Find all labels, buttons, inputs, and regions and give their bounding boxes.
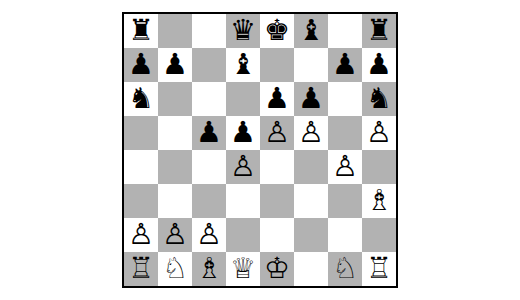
piece-black-pawn: ♟ — [196, 115, 222, 149]
square-d6[interactable] — [226, 82, 260, 116]
square-b8[interactable] — [158, 14, 192, 48]
square-a3[interactable] — [124, 184, 158, 218]
square-a2[interactable]: ♙ — [124, 218, 158, 252]
piece-white-pawn: ♙ — [298, 115, 324, 149]
square-g7[interactable]: ♟ — [328, 48, 362, 82]
piece-white-bishop: ♗ — [366, 183, 392, 217]
square-d7[interactable]: ♝ — [226, 48, 260, 82]
square-e4[interactable] — [260, 150, 294, 184]
square-a4[interactable] — [124, 150, 158, 184]
square-c1[interactable]: ♗ — [192, 252, 226, 286]
square-f2[interactable] — [294, 218, 328, 252]
square-e1[interactable]: ♔ — [260, 252, 294, 286]
square-c8[interactable] — [192, 14, 226, 48]
square-f7[interactable] — [294, 48, 328, 82]
square-g3[interactable] — [328, 184, 362, 218]
square-g5[interactable] — [328, 116, 362, 150]
piece-black-rook: ♜ — [128, 13, 154, 47]
square-a8[interactable]: ♜ — [124, 14, 158, 48]
square-e3[interactable] — [260, 184, 294, 218]
piece-white-pawn: ♙ — [366, 115, 392, 149]
square-h1[interactable]: ♖ — [362, 252, 396, 286]
square-e5[interactable]: ♙ — [260, 116, 294, 150]
square-a1[interactable]: ♖ — [124, 252, 158, 286]
piece-white-knight: ♘ — [162, 251, 188, 285]
square-h5[interactable]: ♙ — [362, 116, 396, 150]
square-d1[interactable]: ♕ — [226, 252, 260, 286]
square-d5[interactable]: ♟ — [226, 116, 260, 150]
square-g1[interactable]: ♘ — [328, 252, 362, 286]
piece-white-pawn: ♙ — [128, 217, 154, 251]
piece-white-pawn: ♙ — [196, 217, 222, 251]
square-b4[interactable] — [158, 150, 192, 184]
square-c3[interactable] — [192, 184, 226, 218]
piece-black-pawn: ♟ — [298, 81, 324, 115]
square-g6[interactable] — [328, 82, 362, 116]
piece-black-queen: ♛ — [230, 13, 256, 47]
piece-white-king: ♔ — [264, 251, 290, 285]
square-c4[interactable] — [192, 150, 226, 184]
chessboard: ♜♛♚♝♜♟♟♝♟♟♞♟♟♞♟♟♙♙♙♙♙♗♙♙♙♖♘♗♕♔♘♖ — [122, 12, 398, 288]
piece-white-queen: ♕ — [230, 251, 256, 285]
page-background: { "game": "chess", "position": { "fen": … — [0, 0, 520, 300]
piece-black-pawn: ♟ — [332, 47, 358, 81]
square-f5[interactable]: ♙ — [294, 116, 328, 150]
piece-black-pawn: ♟ — [128, 47, 154, 81]
square-f4[interactable] — [294, 150, 328, 184]
piece-black-knight: ♞ — [366, 81, 392, 115]
square-c7[interactable] — [192, 48, 226, 82]
piece-white-pawn: ♙ — [230, 149, 256, 183]
square-b5[interactable] — [158, 116, 192, 150]
square-b1[interactable]: ♘ — [158, 252, 192, 286]
piece-white-rook: ♖ — [128, 251, 154, 285]
square-e7[interactable] — [260, 48, 294, 82]
square-b6[interactable] — [158, 82, 192, 116]
square-h3[interactable]: ♗ — [362, 184, 396, 218]
piece-black-pawn: ♟ — [230, 115, 256, 149]
piece-white-pawn: ♙ — [332, 149, 358, 183]
piece-black-rook: ♜ — [366, 13, 392, 47]
square-h7[interactable]: ♟ — [362, 48, 396, 82]
piece-white-rook: ♖ — [366, 251, 392, 285]
square-d3[interactable] — [226, 184, 260, 218]
piece-white-bishop: ♗ — [196, 251, 222, 285]
square-f3[interactable] — [294, 184, 328, 218]
square-c2[interactable]: ♙ — [192, 218, 226, 252]
square-h6[interactable]: ♞ — [362, 82, 396, 116]
piece-white-knight: ♘ — [332, 251, 358, 285]
square-e2[interactable] — [260, 218, 294, 252]
square-f6[interactable]: ♟ — [294, 82, 328, 116]
square-b7[interactable]: ♟ — [158, 48, 192, 82]
piece-black-king: ♚ — [264, 13, 290, 47]
square-f1[interactable] — [294, 252, 328, 286]
piece-black-bishop: ♝ — [230, 47, 256, 81]
piece-white-pawn: ♙ — [162, 217, 188, 251]
piece-black-bishop: ♝ — [298, 13, 324, 47]
square-a6[interactable]: ♞ — [124, 82, 158, 116]
square-e6[interactable]: ♟ — [260, 82, 294, 116]
square-e8[interactable]: ♚ — [260, 14, 294, 48]
square-g2[interactable] — [328, 218, 362, 252]
piece-black-pawn: ♟ — [366, 47, 392, 81]
square-h4[interactable] — [362, 150, 396, 184]
piece-white-pawn: ♙ — [264, 115, 290, 149]
square-c6[interactable] — [192, 82, 226, 116]
square-f8[interactable]: ♝ — [294, 14, 328, 48]
square-b2[interactable]: ♙ — [158, 218, 192, 252]
square-d4[interactable]: ♙ — [226, 150, 260, 184]
square-a5[interactable] — [124, 116, 158, 150]
piece-black-pawn: ♟ — [162, 47, 188, 81]
piece-black-knight: ♞ — [128, 81, 154, 115]
square-g8[interactable] — [328, 14, 362, 48]
square-a7[interactable]: ♟ — [124, 48, 158, 82]
square-b3[interactable] — [158, 184, 192, 218]
square-d2[interactable] — [226, 218, 260, 252]
square-d8[interactable]: ♛ — [226, 14, 260, 48]
square-g4[interactable]: ♙ — [328, 150, 362, 184]
square-h2[interactable] — [362, 218, 396, 252]
square-c5[interactable]: ♟ — [192, 116, 226, 150]
piece-black-pawn: ♟ — [264, 81, 290, 115]
square-h8[interactable]: ♜ — [362, 14, 396, 48]
